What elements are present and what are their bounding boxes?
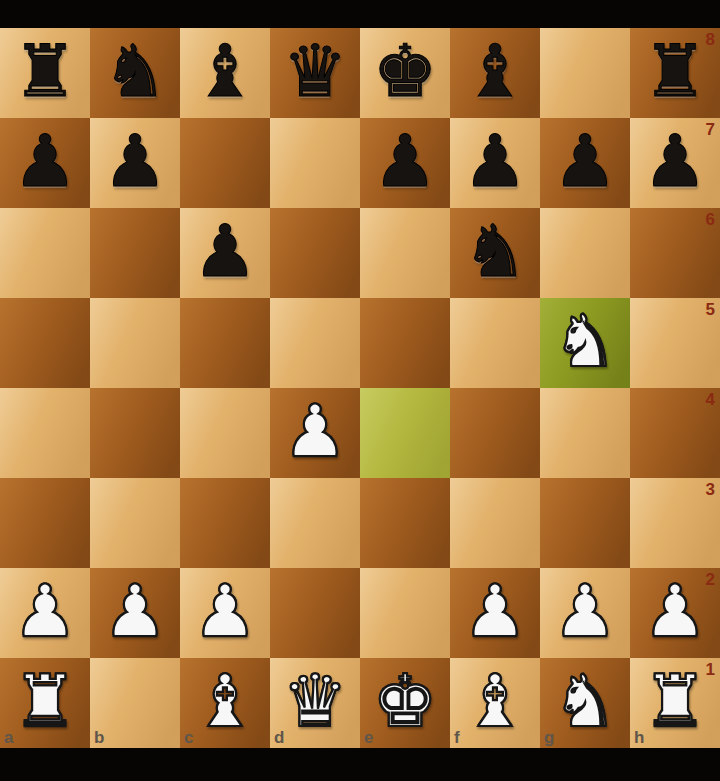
square-f3[interactable]	[450, 478, 540, 568]
square-b5[interactable]	[90, 298, 180, 388]
square-d3[interactable]	[270, 478, 360, 568]
piece-white-knight[interactable]: ♞	[553, 305, 618, 377]
square-c3[interactable]	[180, 478, 270, 568]
square-d1[interactable]: ♛d	[270, 658, 360, 748]
square-h7[interactable]: ♟7	[630, 118, 720, 208]
square-e3[interactable]	[360, 478, 450, 568]
piece-black-bishop[interactable]: ♝	[463, 35, 528, 107]
piece-black-bishop[interactable]: ♝	[193, 35, 258, 107]
rank-label-6: 6	[706, 210, 715, 230]
square-h2[interactable]: ♟2	[630, 568, 720, 658]
piece-black-pawn[interactable]: ♟	[643, 125, 708, 197]
piece-black-pawn[interactable]: ♟	[553, 125, 618, 197]
square-a4[interactable]	[0, 388, 90, 478]
square-a2[interactable]: ♟	[0, 568, 90, 658]
piece-white-pawn[interactable]: ♟	[283, 395, 348, 467]
square-b6[interactable]	[90, 208, 180, 298]
square-h1[interactable]: ♜1h	[630, 658, 720, 748]
square-f8[interactable]: ♝	[450, 28, 540, 118]
piece-white-king[interactable]: ♚	[373, 665, 438, 737]
piece-black-pawn[interactable]: ♟	[193, 215, 258, 287]
square-h3[interactable]: 3	[630, 478, 720, 568]
piece-white-bishop[interactable]: ♝	[193, 665, 258, 737]
square-a1[interactable]: ♜a	[0, 658, 90, 748]
square-e5[interactable]	[360, 298, 450, 388]
square-c5[interactable]	[180, 298, 270, 388]
square-a8[interactable]: ♜	[0, 28, 90, 118]
square-f5[interactable]	[450, 298, 540, 388]
board-border-top	[0, 0, 720, 28]
square-c4[interactable]	[180, 388, 270, 478]
square-b1[interactable]: b	[90, 658, 180, 748]
square-g4[interactable]	[540, 388, 630, 478]
square-g5[interactable]: ♞	[540, 298, 630, 388]
piece-black-pawn[interactable]: ♟	[13, 125, 78, 197]
square-g8[interactable]	[540, 28, 630, 118]
chess-board: ♜♞♝♛♚♝♜8♟♟♟♟♟♟7♟♞6♞5♟43♟♟♟♟♟♟2♜ab♝c♛d♚e♝…	[0, 28, 720, 748]
square-c7[interactable]	[180, 118, 270, 208]
square-b2[interactable]: ♟	[90, 568, 180, 658]
piece-white-pawn[interactable]: ♟	[103, 575, 168, 647]
piece-black-queen[interactable]: ♛	[283, 35, 348, 107]
piece-white-pawn[interactable]: ♟	[643, 575, 708, 647]
piece-black-knight[interactable]: ♞	[103, 35, 168, 107]
piece-black-pawn[interactable]: ♟	[463, 125, 528, 197]
square-d8[interactable]: ♛	[270, 28, 360, 118]
square-c6[interactable]: ♟	[180, 208, 270, 298]
square-f2[interactable]: ♟	[450, 568, 540, 658]
square-d5[interactable]	[270, 298, 360, 388]
piece-white-pawn[interactable]: ♟	[13, 575, 78, 647]
piece-black-rook[interactable]: ♜	[643, 35, 708, 107]
piece-black-knight[interactable]: ♞	[463, 215, 528, 287]
square-b7[interactable]: ♟	[90, 118, 180, 208]
piece-white-rook[interactable]: ♜	[643, 665, 708, 737]
square-a7[interactable]: ♟	[0, 118, 90, 208]
square-h5[interactable]: 5	[630, 298, 720, 388]
square-d7[interactable]	[270, 118, 360, 208]
board-border-bottom	[0, 748, 720, 781]
piece-white-pawn[interactable]: ♟	[553, 575, 618, 647]
square-c1[interactable]: ♝c	[180, 658, 270, 748]
square-c2[interactable]: ♟	[180, 568, 270, 658]
square-e1[interactable]: ♚e	[360, 658, 450, 748]
rank-label-5: 5	[706, 300, 715, 320]
piece-black-king[interactable]: ♚	[373, 35, 438, 107]
rank-label-3: 3	[706, 480, 715, 500]
piece-white-queen[interactable]: ♛	[283, 665, 348, 737]
square-e2[interactable]	[360, 568, 450, 658]
piece-white-rook[interactable]: ♜	[13, 665, 78, 737]
square-b4[interactable]	[90, 388, 180, 478]
square-a6[interactable]	[0, 208, 90, 298]
piece-black-pawn[interactable]: ♟	[103, 125, 168, 197]
square-b8[interactable]: ♞	[90, 28, 180, 118]
square-h8[interactable]: ♜8	[630, 28, 720, 118]
square-d6[interactable]	[270, 208, 360, 298]
square-d4[interactable]: ♟	[270, 388, 360, 478]
square-b3[interactable]	[90, 478, 180, 568]
rank-label-4: 4	[706, 390, 715, 410]
file-label-f: f	[454, 728, 460, 748]
square-f6[interactable]: ♞	[450, 208, 540, 298]
square-g6[interactable]	[540, 208, 630, 298]
square-f7[interactable]: ♟	[450, 118, 540, 208]
piece-white-pawn[interactable]: ♟	[193, 575, 258, 647]
piece-white-bishop[interactable]: ♝	[463, 665, 528, 737]
piece-black-rook[interactable]: ♜	[13, 35, 78, 107]
square-f4[interactable]	[450, 388, 540, 478]
square-d2[interactable]	[270, 568, 360, 658]
square-g1[interactable]: ♞g	[540, 658, 630, 748]
square-g2[interactable]: ♟	[540, 568, 630, 658]
square-h6[interactable]: 6	[630, 208, 720, 298]
piece-white-pawn[interactable]: ♟	[463, 575, 528, 647]
square-e8[interactable]: ♚	[360, 28, 450, 118]
file-label-b: b	[94, 728, 104, 748]
square-g7[interactable]: ♟	[540, 118, 630, 208]
piece-white-knight[interactable]: ♞	[553, 665, 618, 737]
square-f1[interactable]: ♝f	[450, 658, 540, 748]
square-a5[interactable]	[0, 298, 90, 388]
square-g3[interactable]	[540, 478, 630, 568]
piece-black-pawn[interactable]: ♟	[373, 125, 438, 197]
square-a3[interactable]	[0, 478, 90, 568]
square-h4[interactable]: 4	[630, 388, 720, 478]
square-e4[interactable]	[360, 388, 450, 478]
square-e6[interactable]	[360, 208, 450, 298]
square-c8[interactable]: ♝	[180, 28, 270, 118]
square-e7[interactable]: ♟	[360, 118, 450, 208]
